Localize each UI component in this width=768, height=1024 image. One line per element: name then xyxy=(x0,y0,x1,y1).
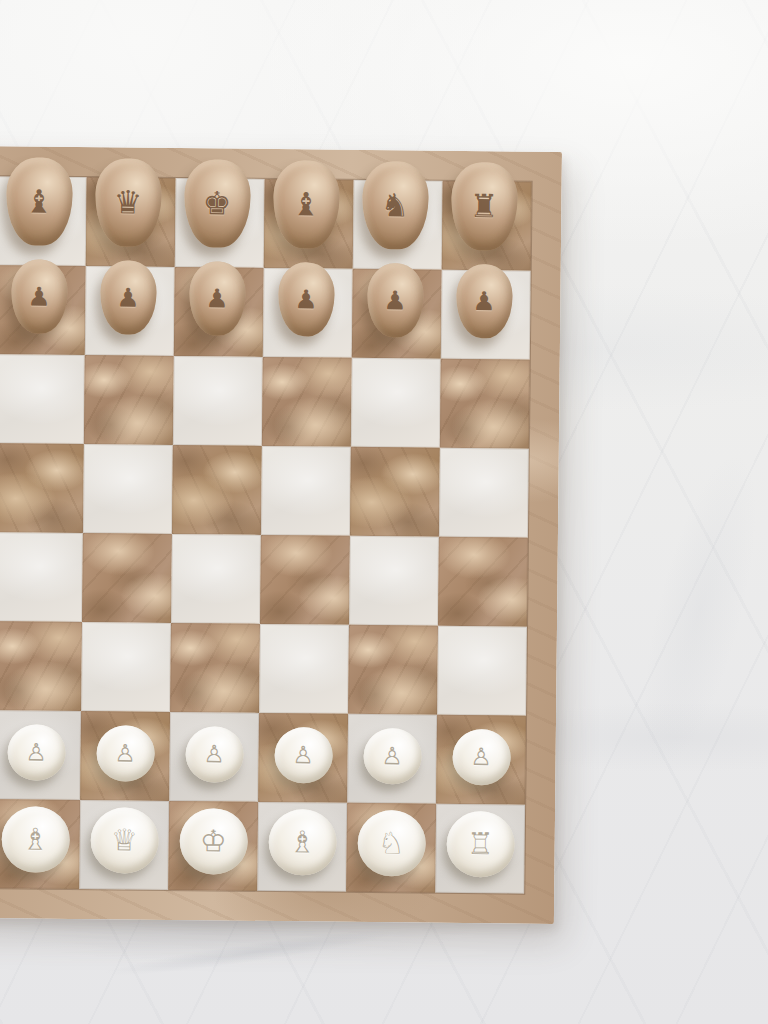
square-h6 xyxy=(440,359,530,449)
king-glyph: ♔ xyxy=(200,826,227,856)
bishop-glyph: ♝ xyxy=(24,185,53,217)
square-h1: ♖ xyxy=(435,804,525,894)
bishop-glyph: ♗ xyxy=(22,824,49,854)
piece-white-rook: ♖ xyxy=(446,810,515,877)
piece-white-pawn: ♙ xyxy=(363,727,422,784)
square-h7: ♟ xyxy=(441,270,531,360)
piece-white-bishop: ♗ xyxy=(1,806,70,873)
square-d1: ♕ xyxy=(79,800,169,890)
square-d5 xyxy=(83,444,173,534)
square-e5 xyxy=(172,445,262,535)
pawn-glyph: ♟ xyxy=(472,288,496,314)
piece-brown-rook: ♜ xyxy=(450,161,517,250)
rook-glyph: ♜ xyxy=(469,190,498,222)
piece-white-pawn: ♙ xyxy=(274,727,333,784)
marble-tabletop: ♝♛♚♝♞♜♟♟♟♟♟♟♙♙♙♙♙♙♗♕♔♗♘♖ xyxy=(0,0,768,1024)
marble-vein xyxy=(542,343,768,877)
square-d3 xyxy=(81,622,171,712)
square-e4 xyxy=(171,534,261,624)
piece-brown-pawn: ♟ xyxy=(278,262,335,337)
pawn-glyph: ♙ xyxy=(203,742,225,766)
square-g3 xyxy=(348,625,438,715)
square-d4 xyxy=(82,533,172,623)
square-g5 xyxy=(350,447,440,537)
king-glyph: ♚ xyxy=(202,187,231,219)
square-f6 xyxy=(262,357,352,447)
square-h3 xyxy=(437,626,527,716)
pawn-glyph: ♟ xyxy=(294,286,318,312)
pawn-glyph: ♙ xyxy=(25,740,47,764)
square-e6 xyxy=(173,356,263,446)
pawn-glyph: ♙ xyxy=(470,745,492,769)
square-g8: ♞ xyxy=(353,180,443,270)
square-f8: ♝ xyxy=(264,179,354,269)
piece-brown-bishop: ♝ xyxy=(5,157,72,246)
chess-board: ♝♛♚♝♞♜♟♟♟♟♟♟♙♙♙♙♙♙♗♕♔♗♘♖ xyxy=(0,144,562,924)
piece-white-pawn: ♙ xyxy=(185,726,244,783)
knight-glyph: ♘ xyxy=(378,828,405,858)
bishop-glyph: ♝ xyxy=(291,188,320,220)
square-f4 xyxy=(260,535,350,625)
piece-brown-pawn: ♟ xyxy=(11,259,68,334)
square-c2: ♙ xyxy=(0,710,81,800)
square-h8: ♜ xyxy=(442,181,532,271)
square-g7: ♟ xyxy=(352,269,442,359)
square-c8: ♝ xyxy=(0,176,87,266)
piece-white-king: ♔ xyxy=(179,808,248,875)
piece-brown-queen: ♛ xyxy=(94,158,161,247)
square-h2: ♙ xyxy=(436,715,526,805)
square-d8: ♛ xyxy=(86,177,176,267)
square-f3 xyxy=(259,624,349,714)
square-d2: ♙ xyxy=(80,711,170,801)
square-c7: ♟ xyxy=(0,265,86,355)
square-e1: ♔ xyxy=(168,801,258,891)
piece-brown-pawn: ♟ xyxy=(189,261,246,336)
pawn-glyph: ♙ xyxy=(381,744,403,768)
square-g6 xyxy=(351,358,441,448)
piece-brown-pawn: ♟ xyxy=(456,263,513,338)
piece-brown-king: ♚ xyxy=(183,159,250,248)
piece-white-pawn: ♙ xyxy=(96,725,155,782)
square-h4 xyxy=(438,537,528,627)
piece-brown-pawn: ♟ xyxy=(367,263,424,338)
square-f7: ♟ xyxy=(263,268,353,358)
square-c1: ♗ xyxy=(0,799,80,889)
square-f1: ♗ xyxy=(257,802,347,892)
square-f2: ♙ xyxy=(258,713,348,803)
pawn-glyph: ♟ xyxy=(27,283,51,309)
square-h5 xyxy=(439,448,529,538)
piece-white-queen: ♕ xyxy=(90,807,159,874)
square-c6 xyxy=(0,354,85,444)
square-e2: ♙ xyxy=(169,712,259,802)
square-g4 xyxy=(349,536,439,626)
piece-white-pawn: ♙ xyxy=(7,724,66,781)
piece-brown-bishop: ♝ xyxy=(272,160,339,249)
square-d6 xyxy=(84,355,174,445)
square-e3 xyxy=(170,623,260,713)
square-d7: ♟ xyxy=(85,266,175,356)
pawn-glyph: ♙ xyxy=(292,743,314,767)
marble-vein xyxy=(40,911,460,995)
queen-glyph: ♛ xyxy=(113,186,142,218)
bishop-glyph: ♗ xyxy=(289,827,316,857)
pawn-glyph: ♙ xyxy=(114,741,136,765)
square-c4 xyxy=(0,532,83,622)
piece-brown-knight: ♞ xyxy=(361,160,428,249)
board-grid: ♝♛♚♝♞♜♟♟♟♟♟♟♙♙♙♙♙♙♗♕♔♗♘♖ xyxy=(0,174,532,893)
square-g1: ♘ xyxy=(346,803,436,893)
square-c3 xyxy=(0,621,82,711)
piece-brown-pawn: ♟ xyxy=(100,260,157,335)
square-c5 xyxy=(0,443,84,533)
pawn-glyph: ♟ xyxy=(383,287,407,313)
piece-white-bishop: ♗ xyxy=(268,809,337,876)
pawn-glyph: ♟ xyxy=(116,284,140,310)
knight-glyph: ♞ xyxy=(380,189,409,221)
rook-glyph: ♖ xyxy=(467,829,494,859)
queen-glyph: ♕ xyxy=(111,825,138,855)
square-e7: ♟ xyxy=(174,267,264,357)
pawn-glyph: ♟ xyxy=(205,285,229,311)
square-f5 xyxy=(261,446,351,536)
piece-white-pawn: ♙ xyxy=(452,728,511,785)
square-e8: ♚ xyxy=(175,178,265,268)
square-g2: ♙ xyxy=(347,714,437,804)
piece-white-knight: ♘ xyxy=(357,809,426,876)
